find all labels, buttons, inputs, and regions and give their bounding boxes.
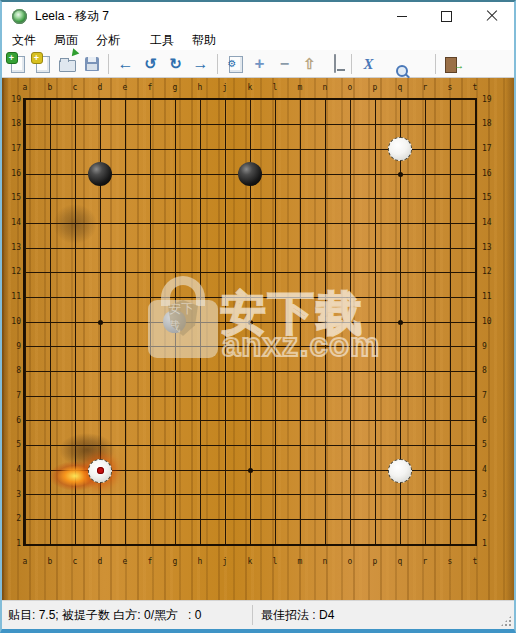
board-cell-p3[interactable] xyxy=(363,483,388,508)
board-cell-b12[interactable] xyxy=(38,260,63,285)
board-cell-m8[interactable] xyxy=(288,359,313,384)
score-document-button[interactable]: ⚙ xyxy=(222,52,247,76)
board-cell-o11[interactable] xyxy=(338,285,363,310)
board-cell-m12[interactable] xyxy=(288,260,313,285)
board-cell-g7[interactable] xyxy=(163,384,188,409)
board-cell-q7[interactable] xyxy=(388,384,413,409)
board-cell-r17[interactable] xyxy=(413,137,438,162)
board-cell-b10[interactable] xyxy=(38,310,63,335)
board-cell-d13[interactable] xyxy=(88,236,113,261)
board-cell-e16[interactable] xyxy=(113,162,138,187)
board-cell-d18[interactable] xyxy=(88,112,113,137)
board-cell-b4[interactable] xyxy=(38,458,63,483)
board-cell-n13[interactable] xyxy=(313,236,338,261)
board-cell-h10[interactable] xyxy=(188,310,213,335)
board-cell-h4[interactable] xyxy=(188,458,213,483)
board-cell-h9[interactable] xyxy=(188,335,213,360)
board-cell-d8[interactable] xyxy=(88,359,113,384)
new-game-alt-button[interactable]: + xyxy=(29,52,54,76)
board-cell-h1[interactable] xyxy=(188,532,213,557)
board-cell-b9[interactable] xyxy=(38,335,63,360)
board-cell-k1[interactable] xyxy=(238,532,263,557)
board-cell-m17[interactable] xyxy=(288,137,313,162)
board-cell-h16[interactable] xyxy=(188,162,213,187)
board-cell-n4[interactable] xyxy=(313,458,338,483)
board-cell-r3[interactable] xyxy=(413,483,438,508)
board-cell-h8[interactable] xyxy=(188,359,213,384)
board-cell-j3[interactable] xyxy=(213,483,238,508)
board-cell-n5[interactable] xyxy=(313,433,338,458)
board-cell-c8[interactable] xyxy=(63,359,88,384)
board-cell-n10[interactable] xyxy=(313,310,338,335)
board-cell-n16[interactable] xyxy=(313,162,338,187)
board-cell-h7[interactable] xyxy=(188,384,213,409)
board-cell-b2[interactable] xyxy=(38,507,63,532)
board-cell-p13[interactable] xyxy=(363,236,388,261)
board-cell-g1[interactable] xyxy=(163,532,188,557)
board-cell-o3[interactable] xyxy=(338,483,363,508)
board-cell-e17[interactable] xyxy=(113,137,138,162)
board-cell-r14[interactable] xyxy=(413,211,438,236)
board-cell-k18[interactable] xyxy=(238,112,263,137)
board-cell-o6[interactable] xyxy=(338,409,363,434)
board-cell-l16[interactable] xyxy=(263,162,288,187)
board-cell-p12[interactable] xyxy=(363,260,388,285)
board-cell-p7[interactable] xyxy=(363,384,388,409)
board-cell-s3[interactable] xyxy=(438,483,463,508)
board-cell-h13[interactable] xyxy=(188,236,213,261)
board-cell-k15[interactable] xyxy=(238,186,263,211)
board-cell-c11[interactable] xyxy=(63,285,88,310)
bookmark-button[interactable] xyxy=(406,52,431,76)
board-cell-l13[interactable] xyxy=(263,236,288,261)
board-cell-s2[interactable] xyxy=(438,507,463,532)
board-cell-p10[interactable] xyxy=(363,310,388,335)
board-cell-c18[interactable] xyxy=(63,112,88,137)
board-cell-p11[interactable] xyxy=(363,285,388,310)
board-cell-p8[interactable] xyxy=(363,359,388,384)
board-cell-f12[interactable] xyxy=(138,260,163,285)
board-cell-e6[interactable] xyxy=(113,409,138,434)
board-cell-j6[interactable] xyxy=(213,409,238,434)
board-cell-f8[interactable] xyxy=(138,359,163,384)
board-cell-k7[interactable] xyxy=(238,384,263,409)
board-cell-e1[interactable] xyxy=(113,532,138,557)
board-cell-m6[interactable] xyxy=(288,409,313,434)
board-cell-e18[interactable] xyxy=(113,112,138,137)
board-cell-e2[interactable] xyxy=(113,507,138,532)
board-cell-m4[interactable] xyxy=(288,458,313,483)
board-cell-p18[interactable] xyxy=(363,112,388,137)
board-cell-k9[interactable] xyxy=(238,335,263,360)
board-cell-n12[interactable] xyxy=(313,260,338,285)
board-cell-b1[interactable] xyxy=(38,532,63,557)
board-cell-r11[interactable] xyxy=(413,285,438,310)
board-cell-o15[interactable] xyxy=(338,186,363,211)
board-cell-b16[interactable] xyxy=(38,162,63,187)
board-cell-s12[interactable] xyxy=(438,260,463,285)
board-cell-d7[interactable] xyxy=(88,384,113,409)
board-cell-b3[interactable] xyxy=(38,483,63,508)
board-cell-n1[interactable] xyxy=(313,532,338,557)
board-cell-p16[interactable] xyxy=(363,162,388,187)
board-cell-p4[interactable] xyxy=(363,458,388,483)
board-cell-d5[interactable] xyxy=(88,433,113,458)
board-cell-o18[interactable] xyxy=(338,112,363,137)
board-cell-m1[interactable] xyxy=(288,532,313,557)
board-cell-n11[interactable] xyxy=(313,285,338,310)
board-cell-q5[interactable] xyxy=(388,433,413,458)
board-cell-b6[interactable] xyxy=(38,409,63,434)
board-cell-c5[interactable] xyxy=(63,433,88,458)
board-cell-s8[interactable] xyxy=(438,359,463,384)
board-cell-h18[interactable] xyxy=(188,112,213,137)
board-cell-k6[interactable] xyxy=(238,409,263,434)
board-cell-c9[interactable] xyxy=(63,335,88,360)
board-cell-q8[interactable] xyxy=(388,359,413,384)
board-cell-j18[interactable] xyxy=(213,112,238,137)
board-cell-n17[interactable] xyxy=(313,137,338,162)
board-cell-g2[interactable] xyxy=(163,507,188,532)
board-cell-l4[interactable] xyxy=(263,458,288,483)
board-cell-g16[interactable] xyxy=(163,162,188,187)
board-cell-f10[interactable] xyxy=(138,310,163,335)
board-cell-e4[interactable] xyxy=(113,458,138,483)
board-cell-j17[interactable] xyxy=(213,137,238,162)
exit-door-button[interactable]: → xyxy=(440,52,465,76)
board-cell-o8[interactable] xyxy=(338,359,363,384)
board-cell-f4[interactable] xyxy=(138,458,163,483)
board-cell-b8[interactable] xyxy=(38,359,63,384)
board-cell-o9[interactable] xyxy=(338,335,363,360)
board-cell-f17[interactable] xyxy=(138,137,163,162)
board-cell-d15[interactable] xyxy=(88,186,113,211)
board-cell-l11[interactable] xyxy=(263,285,288,310)
board-cell-m15[interactable] xyxy=(288,186,313,211)
board-cell-d12[interactable] xyxy=(88,260,113,285)
board-cell-p15[interactable] xyxy=(363,186,388,211)
board-cell-m13[interactable] xyxy=(288,236,313,261)
board-cell-s18[interactable] xyxy=(438,112,463,137)
board-cell-l6[interactable] xyxy=(263,409,288,434)
board-cell-l7[interactable] xyxy=(263,384,288,409)
board-cell-e7[interactable] xyxy=(113,384,138,409)
board-cell-l14[interactable] xyxy=(263,211,288,236)
board-cell-b15[interactable] xyxy=(38,186,63,211)
board-cell-k12[interactable] xyxy=(238,260,263,285)
board-cell-j4[interactable] xyxy=(213,458,238,483)
board-cell-f6[interactable] xyxy=(138,409,163,434)
board-cell-q9[interactable] xyxy=(388,335,413,360)
board-cell-g4[interactable] xyxy=(163,458,188,483)
board-cell-j12[interactable] xyxy=(213,260,238,285)
board-cell-k13[interactable] xyxy=(238,236,263,261)
board-cell-b7[interactable] xyxy=(38,384,63,409)
board-cell-l10[interactable] xyxy=(263,310,288,335)
board-cell-q13[interactable] xyxy=(388,236,413,261)
board-cell-o7[interactable] xyxy=(338,384,363,409)
board-cell-c10[interactable] xyxy=(63,310,88,335)
board-cell-r9[interactable] xyxy=(413,335,438,360)
board-cell-n6[interactable] xyxy=(313,409,338,434)
board-cell-l3[interactable] xyxy=(263,483,288,508)
board-cell-o10[interactable] xyxy=(338,310,363,335)
go-board-panel[interactable]: 安下载 安下载 anxz.com abcdefghjklmnopqrst abc… xyxy=(2,78,514,600)
board-cell-r5[interactable] xyxy=(413,433,438,458)
board-cell-g17[interactable] xyxy=(163,137,188,162)
board-cell-s17[interactable] xyxy=(438,137,463,162)
drive-button[interactable] xyxy=(322,52,347,76)
board-cell-s10[interactable] xyxy=(438,310,463,335)
board-cell-j14[interactable] xyxy=(213,211,238,236)
board-cell-c13[interactable] xyxy=(63,236,88,261)
board-cell-o17[interactable] xyxy=(338,137,363,162)
board-cell-d1[interactable] xyxy=(88,532,113,557)
board-cell-r4[interactable] xyxy=(413,458,438,483)
board-cell-h17[interactable] xyxy=(188,137,213,162)
board-cell-n3[interactable] xyxy=(313,483,338,508)
board-cell-e11[interactable] xyxy=(113,285,138,310)
board-cell-d17[interactable] xyxy=(88,137,113,162)
board-cell-m14[interactable] xyxy=(288,211,313,236)
board-cell-q3[interactable] xyxy=(388,483,413,508)
board-cell-b18[interactable] xyxy=(38,112,63,137)
board-cell-r18[interactable] xyxy=(413,112,438,137)
board-cell-h15[interactable] xyxy=(188,186,213,211)
board-cell-d11[interactable] xyxy=(88,285,113,310)
board-cell-f11[interactable] xyxy=(138,285,163,310)
board-cell-r13[interactable] xyxy=(413,236,438,261)
board-cell-f14[interactable] xyxy=(138,211,163,236)
board-cell-l12[interactable] xyxy=(263,260,288,285)
board-cell-h3[interactable] xyxy=(188,483,213,508)
board-cell-m11[interactable] xyxy=(288,285,313,310)
board-cell-j1[interactable] xyxy=(213,532,238,557)
board-cell-q15[interactable] xyxy=(388,186,413,211)
board-cell-j16[interactable] xyxy=(213,162,238,187)
board-cell-l17[interactable] xyxy=(263,137,288,162)
board-cell-k5[interactable] xyxy=(238,433,263,458)
board-cell-o13[interactable] xyxy=(338,236,363,261)
up-arrow-button[interactable]: ⇧ xyxy=(297,52,322,76)
board-cell-j10[interactable] xyxy=(213,310,238,335)
board-cell-h5[interactable] xyxy=(188,433,213,458)
board-cell-e12[interactable] xyxy=(113,260,138,285)
board-cell-j9[interactable] xyxy=(213,335,238,360)
board-cell-j13[interactable] xyxy=(213,236,238,261)
board-cell-f5[interactable] xyxy=(138,433,163,458)
board-cell-l1[interactable] xyxy=(263,532,288,557)
board-cell-h14[interactable] xyxy=(188,211,213,236)
board-cell-b11[interactable] xyxy=(38,285,63,310)
board-cell-q12[interactable] xyxy=(388,260,413,285)
board-cell-r12[interactable] xyxy=(413,260,438,285)
board-cell-g3[interactable] xyxy=(163,483,188,508)
forward-arrow-button[interactable]: → xyxy=(188,52,213,76)
board-cell-s9[interactable] xyxy=(438,335,463,360)
board-cell-o12[interactable] xyxy=(338,260,363,285)
board-cell-n9[interactable] xyxy=(313,335,338,360)
board-cell-o4[interactable] xyxy=(338,458,363,483)
board-cell-f9[interactable] xyxy=(138,335,163,360)
back-arrow-button[interactable]: ← xyxy=(113,52,138,76)
board-cell-n14[interactable] xyxy=(313,211,338,236)
board-cell-r2[interactable] xyxy=(413,507,438,532)
menu-item-3[interactable]: 分析 xyxy=(91,30,125,51)
board-cell-g5[interactable] xyxy=(163,433,188,458)
board-cell-e10[interactable] xyxy=(113,310,138,335)
plus-button[interactable]: + xyxy=(247,52,272,76)
board-cell-s5[interactable] xyxy=(438,433,463,458)
board-cell-c16[interactable] xyxy=(63,162,88,187)
board-cell-c17[interactable] xyxy=(63,137,88,162)
board-cell-n15[interactable] xyxy=(313,186,338,211)
board-cell-j8[interactable] xyxy=(213,359,238,384)
board-cell-c3[interactable] xyxy=(63,483,88,508)
board-cell-e14[interactable] xyxy=(113,211,138,236)
board-cell-s4[interactable] xyxy=(438,458,463,483)
board-cell-p5[interactable] xyxy=(363,433,388,458)
board-cell-r6[interactable] xyxy=(413,409,438,434)
undo-button[interactable]: ↺ xyxy=(138,52,163,76)
board-cell-l15[interactable] xyxy=(263,186,288,211)
board-cell-k11[interactable] xyxy=(238,285,263,310)
board-cell-m3[interactable] xyxy=(288,483,313,508)
board-cell-n8[interactable] xyxy=(313,359,338,384)
board-cell-r10[interactable] xyxy=(413,310,438,335)
board-cell-k2[interactable] xyxy=(238,507,263,532)
board-cell-l18[interactable] xyxy=(263,112,288,137)
board-cell-g14[interactable] xyxy=(163,211,188,236)
board-cell-f15[interactable] xyxy=(138,186,163,211)
board-cell-s13[interactable] xyxy=(438,236,463,261)
menu-item-5[interactable]: 帮助 xyxy=(187,30,221,51)
board-cell-d14[interactable] xyxy=(88,211,113,236)
board-cell-l2[interactable] xyxy=(263,507,288,532)
board-cell-m10[interactable] xyxy=(288,310,313,335)
board-cell-s16[interactable] xyxy=(438,162,463,187)
board-cell-d3[interactable] xyxy=(88,483,113,508)
board-cell-g11[interactable] xyxy=(163,285,188,310)
board-cell-h11[interactable] xyxy=(188,285,213,310)
board-cell-f16[interactable] xyxy=(138,162,163,187)
board-cell-q18[interactable] xyxy=(388,112,413,137)
board-cell-c15[interactable] xyxy=(63,186,88,211)
board-cell-c6[interactable] xyxy=(63,409,88,434)
board-cell-s15[interactable] xyxy=(438,186,463,211)
board-cell-f2[interactable] xyxy=(138,507,163,532)
board-cell-j5[interactable] xyxy=(213,433,238,458)
board-cell-f7[interactable] xyxy=(138,384,163,409)
board-cell-k17[interactable] xyxy=(238,137,263,162)
board-cell-b13[interactable] xyxy=(38,236,63,261)
minimize-button[interactable] xyxy=(379,2,424,30)
board-cell-p17[interactable] xyxy=(363,137,388,162)
board-cell-r7[interactable] xyxy=(413,384,438,409)
maximize-button[interactable] xyxy=(424,2,469,30)
board-cell-p2[interactable] xyxy=(363,507,388,532)
board-cell-f18[interactable] xyxy=(138,112,163,137)
board-cell-r1[interactable] xyxy=(413,532,438,557)
board-cell-m2[interactable] xyxy=(288,507,313,532)
board-cell-m9[interactable] xyxy=(288,335,313,360)
board-cell-g18[interactable] xyxy=(163,112,188,137)
board-cell-g13[interactable] xyxy=(163,236,188,261)
menu-item-2[interactable]: 局面 xyxy=(49,30,83,51)
board-cell-c12[interactable] xyxy=(63,260,88,285)
board-cell-b14[interactable] xyxy=(38,211,63,236)
clear-x-button[interactable]: X xyxy=(356,52,381,76)
board-cell-c14[interactable] xyxy=(63,211,88,236)
board-cell-p9[interactable] xyxy=(363,335,388,360)
board-cell-l8[interactable] xyxy=(263,359,288,384)
board-cell-j2[interactable] xyxy=(213,507,238,532)
board-cell-n2[interactable] xyxy=(313,507,338,532)
board-cell-q6[interactable] xyxy=(388,409,413,434)
board-cell-j15[interactable] xyxy=(213,186,238,211)
board-cell-h2[interactable] xyxy=(188,507,213,532)
board-cell-p14[interactable] xyxy=(363,211,388,236)
board-cell-e13[interactable] xyxy=(113,236,138,261)
board-cell-o1[interactable] xyxy=(338,532,363,557)
board-cell-p1[interactable] xyxy=(363,532,388,557)
board-cell-e5[interactable] xyxy=(113,433,138,458)
board-cell-e9[interactable] xyxy=(113,335,138,360)
board-cell-s11[interactable] xyxy=(438,285,463,310)
board-cell-e8[interactable] xyxy=(113,359,138,384)
board-cell-m18[interactable] xyxy=(288,112,313,137)
board-cell-o5[interactable] xyxy=(338,433,363,458)
board-cell-l5[interactable] xyxy=(263,433,288,458)
open-file-button[interactable] xyxy=(54,52,79,76)
board-cell-c4[interactable] xyxy=(63,458,88,483)
board-cell-g8[interactable] xyxy=(163,359,188,384)
close-button[interactable] xyxy=(469,2,514,30)
board-cell-h6[interactable] xyxy=(188,409,213,434)
save-file-button[interactable] xyxy=(79,52,104,76)
board-cell-g15[interactable] xyxy=(163,186,188,211)
board-cell-j11[interactable] xyxy=(213,285,238,310)
board-cell-c1[interactable] xyxy=(63,532,88,557)
board-cell-l9[interactable] xyxy=(263,335,288,360)
board-cell-p6[interactable] xyxy=(363,409,388,434)
board-cell-r8[interactable] xyxy=(413,359,438,384)
board-cell-o2[interactable] xyxy=(338,507,363,532)
board-cell-c2[interactable] xyxy=(63,507,88,532)
board-cell-m5[interactable] xyxy=(288,433,313,458)
board-cell-m16[interactable] xyxy=(288,162,313,187)
redo-button[interactable]: ↻ xyxy=(163,52,188,76)
board-cell-g9[interactable] xyxy=(163,335,188,360)
board-cell-s6[interactable] xyxy=(438,409,463,434)
board-cell-d9[interactable] xyxy=(88,335,113,360)
board-cell-f3[interactable] xyxy=(138,483,163,508)
board-cell-s7[interactable] xyxy=(438,384,463,409)
board-cell-g12[interactable] xyxy=(163,260,188,285)
board-cell-o16[interactable] xyxy=(338,162,363,187)
board-cell-m7[interactable] xyxy=(288,384,313,409)
magnifier-button[interactable] xyxy=(381,52,406,76)
board-cell-b17[interactable] xyxy=(38,137,63,162)
board-cell-q11[interactable] xyxy=(388,285,413,310)
new-game-button[interactable]: + xyxy=(4,52,29,76)
board-cell-j7[interactable] xyxy=(213,384,238,409)
board-cell-s14[interactable] xyxy=(438,211,463,236)
menu-item-4[interactable]: 工具 xyxy=(145,30,179,51)
menu-item-1[interactable]: 文件 xyxy=(7,30,41,51)
board-cell-b5[interactable] xyxy=(38,433,63,458)
board-cell-g6[interactable] xyxy=(163,409,188,434)
